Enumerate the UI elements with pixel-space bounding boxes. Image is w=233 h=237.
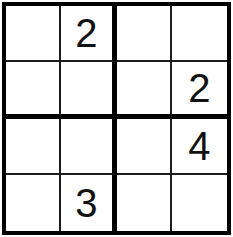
cell-r1c3[interactable] xyxy=(117,6,172,62)
cell-r3c4[interactable]: 4 xyxy=(172,119,227,175)
page: 2 2 4 3 xyxy=(0,0,233,237)
cell-r4c4[interactable] xyxy=(172,175,227,231)
cell-r2c2[interactable] xyxy=(61,62,116,118)
cell-r2c4[interactable]: 2 xyxy=(172,62,227,118)
cell-r4c2[interactable]: 3 xyxy=(61,175,116,231)
cell-r1c1[interactable] xyxy=(6,6,61,62)
sudoku-board: 2 2 4 3 xyxy=(2,2,231,235)
cell-r1c2[interactable]: 2 xyxy=(61,6,116,62)
cell-r2c1[interactable] xyxy=(6,62,61,118)
cell-r2c3[interactable] xyxy=(117,62,172,118)
cell-r3c2[interactable] xyxy=(61,119,116,175)
cell-r4c3[interactable] xyxy=(117,175,172,231)
cell-r3c1[interactable] xyxy=(6,119,61,175)
cell-r1c4[interactable] xyxy=(172,6,227,62)
cell-r3c3[interactable] xyxy=(117,119,172,175)
cell-r4c1[interactable] xyxy=(6,175,61,231)
